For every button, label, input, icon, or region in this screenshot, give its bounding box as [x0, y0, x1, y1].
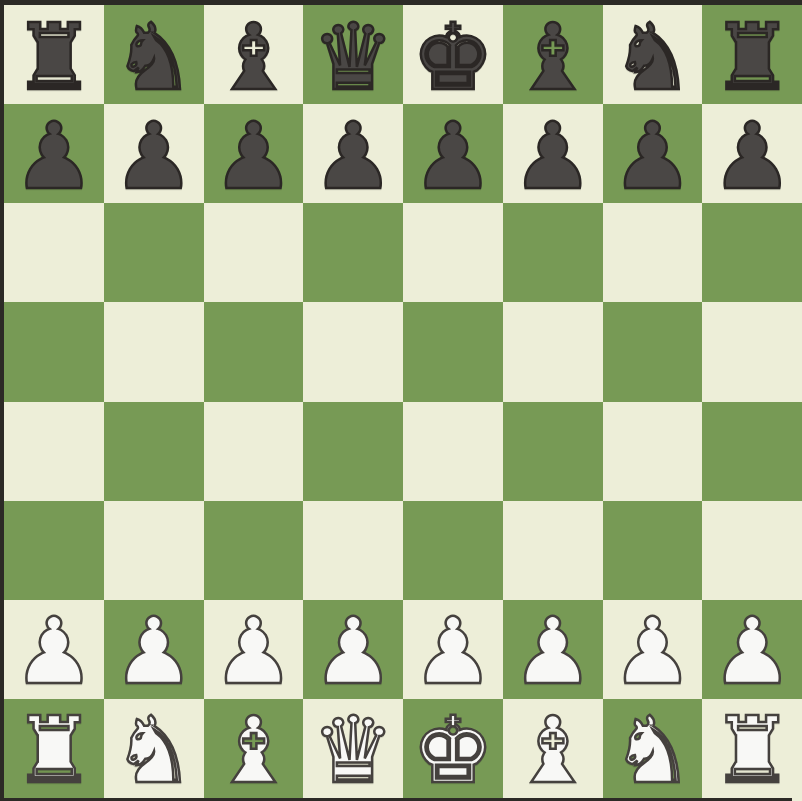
square-e2[interactable]: ♟: [403, 600, 503, 699]
square-f1[interactable]: ♝: [503, 699, 603, 798]
piece-black-pawn[interactable]: ♟: [412, 111, 494, 203]
square-c7[interactable]: ♟: [204, 104, 304, 203]
piece-white-king[interactable]: ♚: [412, 705, 494, 797]
square-c4[interactable]: [204, 402, 304, 501]
square-f5[interactable]: [503, 302, 603, 401]
piece-black-bishop[interactable]: ♝: [212, 12, 294, 104]
chess-board: ♜♞♝♛♚♝♞♜♟♟♟♟♟♟♟♟♟♟♟♟♟♟♟♟♜♞♝♛♚♝♞♜: [4, 5, 802, 798]
square-e5[interactable]: [403, 302, 503, 401]
square-c2[interactable]: ♟: [204, 600, 304, 699]
square-g2[interactable]: ♟: [603, 600, 703, 699]
square-c6[interactable]: [204, 203, 304, 302]
piece-black-rook[interactable]: ♜: [13, 12, 95, 104]
piece-black-pawn[interactable]: ♟: [312, 111, 394, 203]
square-b4[interactable]: [104, 402, 204, 501]
square-b1[interactable]: ♞: [104, 699, 204, 798]
square-g5[interactable]: [603, 302, 703, 401]
piece-black-pawn[interactable]: ♟: [13, 111, 95, 203]
square-b2[interactable]: ♟: [104, 600, 204, 699]
square-h5[interactable]: [702, 302, 802, 401]
square-h3[interactable]: [702, 501, 802, 600]
square-g1[interactable]: ♞: [603, 699, 703, 798]
square-h7[interactable]: ♟: [702, 104, 802, 203]
square-g7[interactable]: ♟: [603, 104, 703, 203]
square-b6[interactable]: [104, 203, 204, 302]
square-d8[interactable]: ♛: [303, 5, 403, 104]
square-a5[interactable]: [4, 302, 104, 401]
square-d6[interactable]: [303, 203, 403, 302]
piece-black-queen[interactable]: ♛: [312, 12, 394, 104]
piece-white-pawn[interactable]: ♟: [611, 606, 693, 698]
square-e1[interactable]: ♚: [403, 699, 503, 798]
piece-black-knight[interactable]: ♞: [112, 12, 194, 104]
square-a3[interactable]: [4, 501, 104, 600]
square-e3[interactable]: [403, 501, 503, 600]
square-f6[interactable]: [503, 203, 603, 302]
piece-white-pawn[interactable]: ♟: [711, 606, 793, 698]
square-g3[interactable]: [603, 501, 703, 600]
square-f7[interactable]: ♟: [503, 104, 603, 203]
square-d2[interactable]: ♟: [303, 600, 403, 699]
square-h1[interactable]: ♜: [702, 699, 802, 798]
square-b5[interactable]: [104, 302, 204, 401]
piece-white-pawn[interactable]: ♟: [13, 606, 95, 698]
square-e8[interactable]: ♚: [403, 5, 503, 104]
piece-black-pawn[interactable]: ♟: [511, 111, 593, 203]
piece-black-pawn[interactable]: ♟: [112, 111, 194, 203]
square-e6[interactable]: [403, 203, 503, 302]
square-g8[interactable]: ♞: [603, 5, 703, 104]
square-a1[interactable]: ♜: [4, 699, 104, 798]
square-f4[interactable]: [503, 402, 603, 501]
piece-white-knight[interactable]: ♞: [112, 705, 194, 797]
piece-black-bishop[interactable]: ♝: [511, 12, 593, 104]
piece-white-pawn[interactable]: ♟: [312, 606, 394, 698]
square-d5[interactable]: [303, 302, 403, 401]
square-g4[interactable]: [603, 402, 703, 501]
square-d3[interactable]: [303, 501, 403, 600]
square-a2[interactable]: ♟: [4, 600, 104, 699]
square-a8[interactable]: ♜: [4, 5, 104, 104]
square-d1[interactable]: ♛: [303, 699, 403, 798]
square-g6[interactable]: [603, 203, 703, 302]
piece-white-pawn[interactable]: ♟: [112, 606, 194, 698]
piece-black-king[interactable]: ♚: [412, 12, 494, 104]
square-e7[interactable]: ♟: [403, 104, 503, 203]
piece-black-knight[interactable]: ♞: [611, 12, 693, 104]
square-b3[interactable]: [104, 501, 204, 600]
piece-white-rook[interactable]: ♜: [711, 705, 793, 797]
square-f2[interactable]: ♟: [503, 600, 603, 699]
piece-white-knight[interactable]: ♞: [611, 705, 693, 797]
piece-white-pawn[interactable]: ♟: [212, 606, 294, 698]
piece-white-pawn[interactable]: ♟: [412, 606, 494, 698]
square-a4[interactable]: [4, 402, 104, 501]
piece-black-rook[interactable]: ♜: [711, 12, 793, 104]
square-c5[interactable]: [204, 302, 304, 401]
square-h2[interactable]: ♟: [702, 600, 802, 699]
piece-white-bishop[interactable]: ♝: [511, 705, 593, 797]
piece-white-pawn[interactable]: ♟: [511, 606, 593, 698]
square-d4[interactable]: [303, 402, 403, 501]
square-c1[interactable]: ♝: [204, 699, 304, 798]
square-f3[interactable]: [503, 501, 603, 600]
square-c3[interactable]: [204, 501, 304, 600]
piece-white-queen[interactable]: ♛: [312, 705, 394, 797]
square-b7[interactable]: ♟: [104, 104, 204, 203]
square-h6[interactable]: [702, 203, 802, 302]
piece-white-rook[interactable]: ♜: [13, 705, 95, 797]
piece-black-pawn[interactable]: ♟: [611, 111, 693, 203]
square-a7[interactable]: ♟: [4, 104, 104, 203]
square-e4[interactable]: [403, 402, 503, 501]
square-b8[interactable]: ♞: [104, 5, 204, 104]
square-h8[interactable]: ♜: [702, 5, 802, 104]
square-a6[interactable]: [4, 203, 104, 302]
piece-white-bishop[interactable]: ♝: [212, 705, 294, 797]
piece-black-pawn[interactable]: ♟: [711, 111, 793, 203]
piece-black-pawn[interactable]: ♟: [212, 111, 294, 203]
square-d7[interactable]: ♟: [303, 104, 403, 203]
square-h4[interactable]: [702, 402, 802, 501]
square-c8[interactable]: ♝: [204, 5, 304, 104]
square-f8[interactable]: ♝: [503, 5, 603, 104]
